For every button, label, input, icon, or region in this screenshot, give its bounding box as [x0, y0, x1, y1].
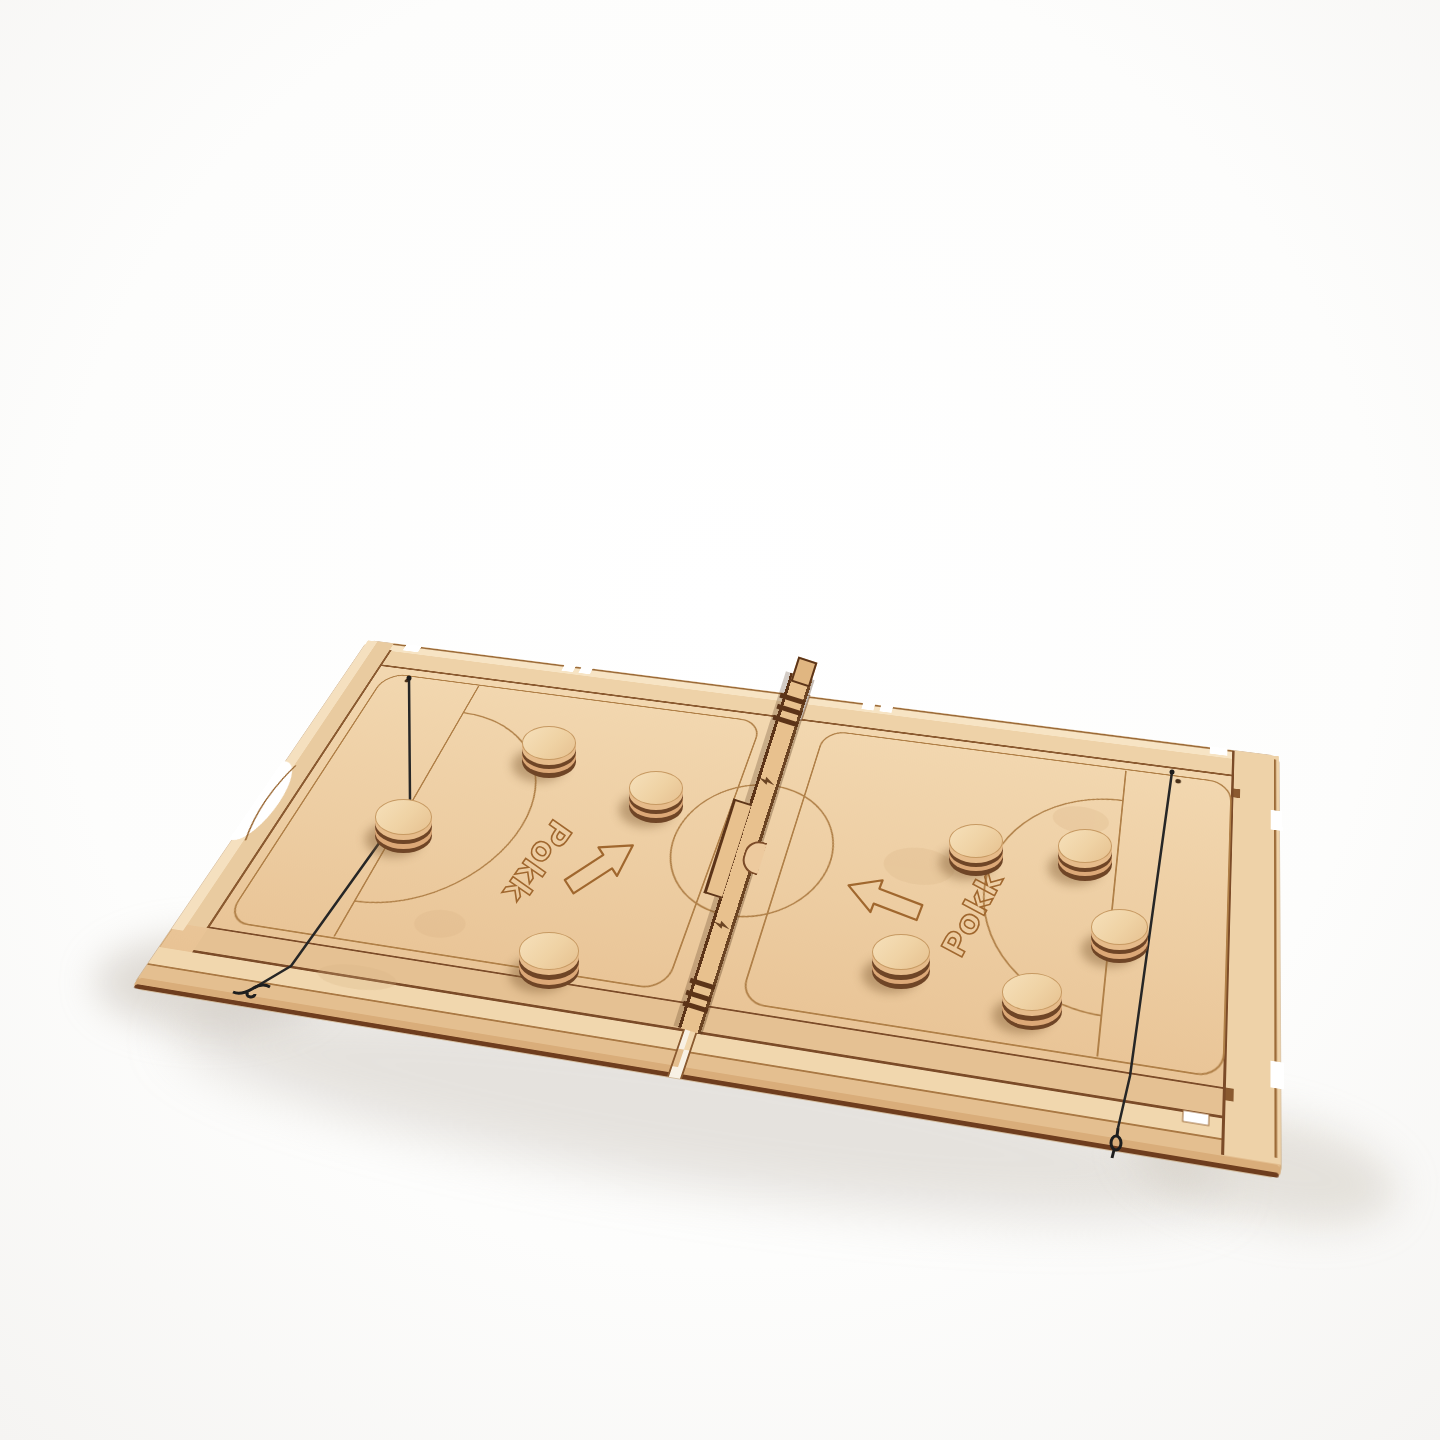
puck-L1[interactable] — [375, 799, 432, 853]
puck-top-face — [375, 799, 432, 834]
puck-R1[interactable] — [949, 824, 1003, 875]
puck-top-face — [519, 932, 579, 969]
puck-R5[interactable] — [1002, 973, 1062, 1030]
puck-top-face — [1091, 909, 1148, 944]
puck-R4[interactable] — [1091, 909, 1148, 963]
puck-L4[interactable] — [519, 932, 579, 989]
puck-L3[interactable] — [629, 771, 683, 822]
puck-R3[interactable] — [872, 934, 930, 989]
puck-top-face — [1058, 829, 1112, 862]
puck-R2[interactable] — [1058, 829, 1112, 880]
puck-top-face — [872, 934, 930, 970]
puck-top-face — [522, 726, 576, 759]
puck-L2[interactable] — [522, 726, 576, 777]
scene: Pokk Pokk — [0, 0, 1440, 1440]
puck-top-face — [629, 771, 683, 804]
puck-top-face — [949, 824, 1003, 857]
puck-top-face — [1002, 973, 1062, 1010]
